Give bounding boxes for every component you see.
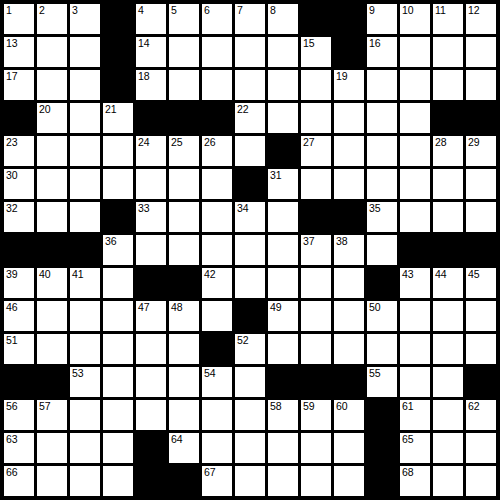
cell-r15c9[interactable] — [268, 466, 298, 496]
cell-r7c14[interactable] — [433, 202, 463, 232]
clue-number: 2 — [39, 4, 45, 16]
cell-r1c3[interactable]: 3 — [70, 4, 100, 34]
cell-r8c6[interactable] — [169, 235, 199, 265]
cell-r12c10 — [301, 367, 331, 397]
cell-r4c12[interactable] — [367, 103, 397, 133]
cell-r8c10[interactable]: 37 — [301, 235, 331, 265]
clue-number: 1 — [6, 4, 12, 16]
clue-number: 29 — [468, 136, 480, 148]
cell-r1c11 — [334, 4, 364, 34]
clue-number: 15 — [303, 37, 315, 49]
cell-r15c7[interactable]: 67 — [202, 466, 232, 496]
cell-r2c7[interactable] — [202, 37, 232, 67]
cell-r15c11[interactable] — [334, 466, 364, 496]
clue-number: 59 — [303, 400, 315, 412]
cell-r14c3[interactable] — [70, 433, 100, 463]
clue-number: 65 — [402, 433, 414, 445]
clue-number: 68 — [402, 466, 414, 478]
cell-r10c11[interactable] — [334, 301, 364, 331]
cell-r2c2[interactable] — [37, 37, 67, 67]
cell-r1c4 — [103, 4, 133, 34]
cell-r10c13[interactable] — [400, 301, 430, 331]
cell-r7c7[interactable] — [202, 202, 232, 232]
cell-r9c1[interactable]: 39 — [4, 268, 34, 298]
cell-r6c10[interactable] — [301, 169, 331, 199]
cell-r12c3[interactable]: 53 — [70, 367, 100, 397]
cell-r11c13[interactable] — [400, 334, 430, 364]
cell-r5c14[interactable]: 28 — [433, 136, 463, 166]
cell-r14c1[interactable]: 63 — [4, 433, 34, 463]
cell-r13c13[interactable]: 61 — [400, 400, 430, 430]
cell-r1c10 — [301, 4, 331, 34]
cell-r9c3[interactable]: 41 — [70, 268, 100, 298]
cell-r11c15[interactable] — [466, 334, 496, 364]
cell-r7c9[interactable] — [268, 202, 298, 232]
cell-r3c10[interactable] — [301, 70, 331, 100]
cell-r8c7[interactable] — [202, 235, 232, 265]
clue-number: 39 — [6, 268, 18, 280]
cell-r9c11[interactable] — [334, 268, 364, 298]
clue-number: 4 — [138, 4, 144, 16]
clue-number: 10 — [402, 4, 414, 16]
cell-r4c1 — [4, 103, 34, 133]
cell-r12c13[interactable] — [400, 367, 430, 397]
cell-r10c1[interactable]: 46 — [4, 301, 34, 331]
cell-r11c11[interactable] — [334, 334, 364, 364]
cell-r3c14[interactable] — [433, 70, 463, 100]
cell-r15c1[interactable]: 66 — [4, 466, 34, 496]
cell-r4c6 — [169, 103, 199, 133]
cell-r9c10[interactable] — [301, 268, 331, 298]
cell-r12c1 — [4, 367, 34, 397]
cell-r6c14[interactable] — [433, 169, 463, 199]
clue-number: 55 — [369, 367, 381, 379]
clue-number: 42 — [204, 268, 216, 280]
cell-r8c3 — [70, 235, 100, 265]
clue-number: 30 — [6, 169, 18, 181]
clue-number: 49 — [270, 301, 282, 313]
cell-r12c4[interactable] — [103, 367, 133, 397]
clue-number: 64 — [171, 433, 183, 445]
cell-r3c15[interactable] — [466, 70, 496, 100]
clue-number: 21 — [105, 103, 117, 115]
cell-r13c8[interactable] — [235, 400, 265, 430]
cell-r15c5 — [136, 466, 166, 496]
clue-number: 62 — [468, 400, 480, 412]
cell-r8c13 — [400, 235, 430, 265]
cell-r14c2[interactable] — [37, 433, 67, 463]
cell-r1c6[interactable]: 5 — [169, 4, 199, 34]
clue-number: 40 — [39, 268, 51, 280]
cell-r2c4 — [103, 37, 133, 67]
cell-r4c10[interactable] — [301, 103, 331, 133]
cell-r5c8[interactable] — [235, 136, 265, 166]
cell-r8c14 — [433, 235, 463, 265]
cell-r2c10[interactable]: 15 — [301, 37, 331, 67]
cell-r13c6[interactable] — [169, 400, 199, 430]
cell-r4c13[interactable] — [400, 103, 430, 133]
cell-r10c6[interactable]: 48 — [169, 301, 199, 331]
clue-number: 25 — [171, 136, 183, 148]
clue-number: 43 — [402, 268, 414, 280]
cell-r8c11[interactable]: 38 — [334, 235, 364, 265]
cell-r13c11[interactable]: 60 — [334, 400, 364, 430]
clue-number: 52 — [237, 334, 249, 346]
cell-r8c1 — [4, 235, 34, 265]
cell-r6c12[interactable] — [367, 169, 397, 199]
cell-r6c2[interactable] — [37, 169, 67, 199]
cell-r5c9 — [268, 136, 298, 166]
cell-r7c6[interactable] — [169, 202, 199, 232]
clue-number: 38 — [336, 235, 348, 247]
cell-r4c11[interactable] — [334, 103, 364, 133]
clue-number: 12 — [468, 4, 480, 16]
cell-r2c1[interactable]: 13 — [4, 37, 34, 67]
cell-r14c10[interactable] — [301, 433, 331, 463]
clue-number: 18 — [138, 70, 150, 82]
cell-r9c5 — [136, 268, 166, 298]
clue-number: 54 — [204, 367, 216, 379]
clue-number: 19 — [336, 70, 348, 82]
cell-r11c1[interactable]: 51 — [4, 334, 34, 364]
cell-r8c9[interactable] — [268, 235, 298, 265]
clue-number: 27 — [303, 136, 315, 148]
cell-r11c8[interactable]: 52 — [235, 334, 265, 364]
cell-r13c12 — [367, 400, 397, 430]
cell-r9c8[interactable] — [235, 268, 265, 298]
cell-r7c10 — [301, 202, 331, 232]
clue-number: 5 — [171, 4, 177, 16]
cell-r4c8[interactable]: 22 — [235, 103, 265, 133]
cell-r5c2[interactable] — [37, 136, 67, 166]
cell-r2c13[interactable] — [400, 37, 430, 67]
cell-r7c11 — [334, 202, 364, 232]
cell-r3c3[interactable] — [70, 70, 100, 100]
cell-r8c4[interactable]: 36 — [103, 235, 133, 265]
cell-r11c10[interactable] — [301, 334, 331, 364]
cell-r1c8[interactable]: 7 — [235, 4, 265, 34]
clue-number: 50 — [369, 301, 381, 313]
cell-r5c6[interactable]: 25 — [169, 136, 199, 166]
cell-r12c9 — [268, 367, 298, 397]
cell-r4c3[interactable] — [70, 103, 100, 133]
cell-r12c11 — [334, 367, 364, 397]
cell-r11c12[interactable] — [367, 334, 397, 364]
cell-r6c8 — [235, 169, 265, 199]
clue-number: 53 — [72, 367, 84, 379]
cell-r3c12[interactable] — [367, 70, 397, 100]
clue-number: 57 — [39, 400, 51, 412]
cell-r15c15[interactable] — [466, 466, 496, 496]
clue-number: 8 — [270, 4, 276, 16]
cell-r13c9[interactable]: 58 — [268, 400, 298, 430]
cell-r5c11[interactable] — [334, 136, 364, 166]
cell-r1c9[interactable]: 8 — [268, 4, 298, 34]
cell-r12c15 — [466, 367, 496, 397]
cell-r14c12 — [367, 433, 397, 463]
cell-r13c14[interactable] — [433, 400, 463, 430]
clue-number: 51 — [6, 334, 18, 346]
cell-r4c7 — [202, 103, 232, 133]
cell-r9c4[interactable] — [103, 268, 133, 298]
cell-r1c2[interactable]: 2 — [37, 4, 67, 34]
cell-r5c12[interactable] — [367, 136, 397, 166]
clue-number: 3 — [72, 4, 78, 16]
cell-r12c2 — [37, 367, 67, 397]
cell-r10c3[interactable] — [70, 301, 100, 331]
cell-r15c10[interactable] — [301, 466, 331, 496]
cell-r4c2[interactable]: 20 — [37, 103, 67, 133]
cell-r15c3[interactable] — [70, 466, 100, 496]
cell-r1c7[interactable]: 6 — [202, 4, 232, 34]
cell-r9c14[interactable]: 44 — [433, 268, 463, 298]
cell-r10c12[interactable]: 50 — [367, 301, 397, 331]
cell-r4c15 — [466, 103, 496, 133]
cell-r13c4[interactable] — [103, 400, 133, 430]
cell-r2c11 — [334, 37, 364, 67]
cell-r13c7[interactable] — [202, 400, 232, 430]
cell-r14c6[interactable]: 64 — [169, 433, 199, 463]
clue-number: 45 — [468, 268, 480, 280]
cell-r15c2[interactable] — [37, 466, 67, 496]
cell-r3c2[interactable] — [37, 70, 67, 100]
cell-r7c12[interactable]: 35 — [367, 202, 397, 232]
clue-number: 35 — [369, 202, 381, 214]
cell-r3c5[interactable]: 18 — [136, 70, 166, 100]
cell-r5c15[interactable]: 29 — [466, 136, 496, 166]
clue-number: 33 — [138, 202, 150, 214]
cell-r2c15[interactable] — [466, 37, 496, 67]
cell-r2c6[interactable] — [169, 37, 199, 67]
cell-r8c5[interactable] — [136, 235, 166, 265]
cell-r3c4 — [103, 70, 133, 100]
clue-number: 24 — [138, 136, 150, 148]
cell-r11c5[interactable] — [136, 334, 166, 364]
cell-r8c8[interactable] — [235, 235, 265, 265]
clue-number: 23 — [6, 136, 18, 148]
clue-number: 36 — [105, 235, 117, 247]
cell-r11c7 — [202, 334, 232, 364]
cell-r1c12[interactable]: 9 — [367, 4, 397, 34]
clue-number: 46 — [6, 301, 18, 313]
cell-r6c1[interactable]: 30 — [4, 169, 34, 199]
cell-r5c1[interactable]: 23 — [4, 136, 34, 166]
cell-r11c3[interactable] — [70, 334, 100, 364]
cell-r7c2[interactable] — [37, 202, 67, 232]
cell-r7c5[interactable]: 33 — [136, 202, 166, 232]
clue-number: 7 — [237, 4, 243, 16]
cell-r8c15 — [466, 235, 496, 265]
cell-r1c5[interactable]: 4 — [136, 4, 166, 34]
cell-r3c8[interactable] — [235, 70, 265, 100]
clue-number: 63 — [6, 433, 18, 445]
cell-r15c12 — [367, 466, 397, 496]
clue-number: 13 — [6, 37, 18, 49]
cell-r13c2[interactable]: 57 — [37, 400, 67, 430]
clue-number: 67 — [204, 466, 216, 478]
cell-r5c5[interactable]: 24 — [136, 136, 166, 166]
cell-r6c13[interactable] — [400, 169, 430, 199]
cell-r11c14[interactable] — [433, 334, 463, 364]
cell-r15c13[interactable]: 68 — [400, 466, 430, 496]
clue-number: 28 — [435, 136, 447, 148]
cell-r6c9[interactable]: 31 — [268, 169, 298, 199]
clue-number: 34 — [237, 202, 249, 214]
cell-r9c15[interactable]: 45 — [466, 268, 496, 298]
cell-r15c4[interactable] — [103, 466, 133, 496]
clue-number: 6 — [204, 4, 210, 16]
clue-number: 11 — [435, 4, 446, 16]
cell-r14c11[interactable] — [334, 433, 364, 463]
cell-r14c9[interactable] — [268, 433, 298, 463]
clue-number: 44 — [435, 268, 447, 280]
cell-r4c14 — [433, 103, 463, 133]
cell-r15c8[interactable] — [235, 466, 265, 496]
cell-r15c6 — [169, 466, 199, 496]
cell-r9c9[interactable] — [268, 268, 298, 298]
cell-r8c2 — [37, 235, 67, 265]
cell-r3c11[interactable]: 19 — [334, 70, 364, 100]
clue-number: 32 — [6, 202, 18, 214]
cell-r10c10[interactable] — [301, 301, 331, 331]
cell-r2c5[interactable]: 14 — [136, 37, 166, 67]
cell-r10c2[interactable] — [37, 301, 67, 331]
cell-r10c4[interactable] — [103, 301, 133, 331]
cell-r6c3[interactable] — [70, 169, 100, 199]
cell-r6c6[interactable] — [169, 169, 199, 199]
cell-r4c4[interactable]: 21 — [103, 103, 133, 133]
clue-number: 60 — [336, 400, 348, 412]
cell-r5c3[interactable] — [70, 136, 100, 166]
cell-r1c14[interactable]: 11 — [433, 4, 463, 34]
clue-number: 31 — [270, 169, 282, 181]
cell-r15c14[interactable] — [433, 466, 463, 496]
cell-r13c5[interactable] — [136, 400, 166, 430]
cell-r1c13[interactable]: 10 — [400, 4, 430, 34]
cell-r9c7[interactable]: 42 — [202, 268, 232, 298]
cell-r3c6[interactable] — [169, 70, 199, 100]
cell-r14c14[interactable] — [433, 433, 463, 463]
cell-r3c9[interactable] — [268, 70, 298, 100]
cell-r5c7[interactable]: 26 — [202, 136, 232, 166]
cell-r14c7[interactable] — [202, 433, 232, 463]
clue-number: 58 — [270, 400, 282, 412]
cell-r14c15[interactable] — [466, 433, 496, 463]
cell-r14c13[interactable]: 65 — [400, 433, 430, 463]
clue-number: 66 — [6, 466, 18, 478]
cell-r11c4[interactable] — [103, 334, 133, 364]
cell-r3c13[interactable] — [400, 70, 430, 100]
clue-number: 14 — [138, 37, 150, 49]
cell-r2c12[interactable]: 16 — [367, 37, 397, 67]
clue-number: 61 — [402, 400, 414, 412]
clue-number: 37 — [303, 235, 315, 247]
cell-r6c15[interactable] — [466, 169, 496, 199]
cell-r14c5 — [136, 433, 166, 463]
cell-r7c3[interactable] — [70, 202, 100, 232]
clue-number: 16 — [369, 37, 381, 49]
cell-r10c8 — [235, 301, 265, 331]
cell-r12c14[interactable] — [433, 367, 463, 397]
clue-number: 20 — [39, 103, 51, 115]
cell-r2c3[interactable] — [70, 37, 100, 67]
cell-r13c1[interactable]: 56 — [4, 400, 34, 430]
cell-r10c9[interactable]: 49 — [268, 301, 298, 331]
cell-r6c7[interactable] — [202, 169, 232, 199]
cell-r3c7[interactable] — [202, 70, 232, 100]
cell-r9c2[interactable]: 40 — [37, 268, 67, 298]
cell-r9c6 — [169, 268, 199, 298]
clue-number: 56 — [6, 400, 18, 412]
cell-r9c13[interactable]: 43 — [400, 268, 430, 298]
cell-r5c10[interactable]: 27 — [301, 136, 331, 166]
cell-r7c4 — [103, 202, 133, 232]
cell-r1c15[interactable]: 12 — [466, 4, 496, 34]
cell-r6c4[interactable] — [103, 169, 133, 199]
cell-r7c1[interactable]: 32 — [4, 202, 34, 232]
clue-number: 47 — [138, 301, 150, 313]
cell-r12c12[interactable]: 55 — [367, 367, 397, 397]
cell-r13c3[interactable] — [70, 400, 100, 430]
cell-r2c8[interactable] — [235, 37, 265, 67]
cell-r4c5 — [136, 103, 166, 133]
cell-r5c13[interactable] — [400, 136, 430, 166]
cell-r11c2[interactable] — [37, 334, 67, 364]
cell-r10c7[interactable] — [202, 301, 232, 331]
cell-r11c6[interactable] — [169, 334, 199, 364]
crossword-board: 1234567891011121314151617181920212223242… — [0, 0, 500, 500]
cell-r1c1[interactable]: 1 — [4, 4, 34, 34]
cell-r7c13[interactable] — [400, 202, 430, 232]
cell-r3c1[interactable]: 17 — [4, 70, 34, 100]
cell-r6c11[interactable] — [334, 169, 364, 199]
clue-number: 22 — [237, 103, 249, 115]
cell-r2c9[interactable] — [268, 37, 298, 67]
cell-r4c9[interactable] — [268, 103, 298, 133]
cell-r12c7[interactable]: 54 — [202, 367, 232, 397]
clue-number: 48 — [171, 301, 183, 313]
cell-r2c14[interactable] — [433, 37, 463, 67]
cell-r10c15[interactable] — [466, 301, 496, 331]
cell-r13c15[interactable]: 62 — [466, 400, 496, 430]
cell-r8c12[interactable] — [367, 235, 397, 265]
cell-r9c12 — [367, 268, 397, 298]
cell-r14c4[interactable] — [103, 433, 133, 463]
cell-r5c4[interactable] — [103, 136, 133, 166]
cell-r7c8[interactable]: 34 — [235, 202, 265, 232]
clue-number: 41 — [72, 268, 84, 280]
cell-r11c9[interactable] — [268, 334, 298, 364]
cell-r12c8[interactable] — [235, 367, 265, 397]
clue-number: 26 — [204, 136, 216, 148]
clue-number: 17 — [6, 70, 18, 82]
cell-r10c14[interactable] — [433, 301, 463, 331]
cell-r10c5[interactable]: 47 — [136, 301, 166, 331]
cell-r12c5[interactable] — [136, 367, 166, 397]
cell-r7c15[interactable] — [466, 202, 496, 232]
cell-r12c6[interactable] — [169, 367, 199, 397]
clue-number: 9 — [369, 4, 375, 16]
cell-r14c8[interactable] — [235, 433, 265, 463]
cell-r13c10[interactable]: 59 — [301, 400, 331, 430]
cell-r6c5[interactable] — [136, 169, 166, 199]
